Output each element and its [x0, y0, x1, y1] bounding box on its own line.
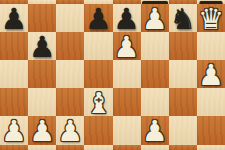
square-d5[interactable]: [84, 32, 112, 61]
square-b3[interactable]: [28, 88, 56, 117]
white-queen-h6[interactable]: ♛: [198, 5, 224, 34]
square-c3[interactable]: [56, 88, 84, 117]
square-a3[interactable]: [0, 88, 28, 117]
white-pawn-f6[interactable]: ♟: [142, 5, 168, 34]
square-a4[interactable]: [0, 60, 28, 89]
square-f3[interactable]: [141, 88, 169, 117]
square-c2[interactable]: ♟: [56, 116, 84, 145]
square-b4[interactable]: [28, 60, 56, 89]
square-h3[interactable]: [197, 88, 225, 117]
square-c6[interactable]: [56, 4, 84, 33]
square-h5[interactable]: [197, 32, 225, 61]
chess-board: ♟♟♟♟♞♛♟♟♟♝♟♟♟♟: [0, 0, 225, 150]
square-e2[interactable]: [113, 116, 141, 145]
square-e5[interactable]: ♟: [113, 32, 141, 61]
square-h1: [197, 145, 225, 150]
white-pawn-b2[interactable]: ♟: [29, 117, 55, 146]
square-d1: [84, 145, 112, 150]
square-e4[interactable]: [113, 60, 141, 89]
rank-6-row: ♟♟♟♟♞♛: [0, 4, 225, 32]
square-b5[interactable]: ♟: [28, 32, 56, 61]
black-pawn-d6[interactable]: ♟: [85, 5, 111, 34]
square-g3[interactable]: [169, 88, 197, 117]
white-pawn-h4[interactable]: ♟: [198, 61, 224, 90]
square-e6[interactable]: ♟: [113, 4, 141, 33]
square-a2[interactable]: ♟: [0, 116, 28, 145]
black-pawn-a6[interactable]: ♟: [1, 5, 27, 34]
square-d4[interactable]: [84, 60, 112, 89]
square-g2[interactable]: [169, 116, 197, 145]
square-a6[interactable]: ♟: [0, 4, 28, 33]
rank-4-row: ♟: [0, 60, 225, 88]
square-g6[interactable]: ♞: [169, 4, 197, 33]
square-f5[interactable]: [141, 32, 169, 61]
white-pawn-c2[interactable]: ♟: [57, 117, 83, 146]
square-f4[interactable]: [141, 60, 169, 89]
square-e3[interactable]: [113, 88, 141, 117]
square-h2[interactable]: [197, 116, 225, 145]
square-a5[interactable]: [0, 32, 28, 61]
square-a1: [0, 145, 28, 150]
square-h4[interactable]: ♟: [197, 60, 225, 89]
black-pawn-b5[interactable]: ♟: [29, 33, 55, 62]
square-f2[interactable]: ♟: [141, 116, 169, 145]
white-bishop-d3[interactable]: ♝: [85, 89, 111, 118]
square-h6[interactable]: ♛: [197, 4, 225, 33]
white-pawn-f2[interactable]: ♟: [142, 117, 168, 146]
square-d6[interactable]: ♟: [84, 4, 112, 33]
chess-app-screenshot: ♟♟♟♟♞♛♟♟♟♝♟♟♟♟: [0, 0, 225, 150]
white-pawn-a2[interactable]: ♟: [1, 117, 27, 146]
rank-2-row: ♟♟♟♟: [0, 116, 225, 144]
square-d3[interactable]: ♝: [84, 88, 112, 117]
square-b2[interactable]: ♟: [28, 116, 56, 145]
square-f6[interactable]: ♟: [141, 4, 169, 33]
square-c4[interactable]: [56, 60, 84, 89]
square-e1: [113, 145, 141, 150]
rank-1-cropped-sliver: [0, 145, 225, 150]
square-g4[interactable]: [169, 60, 197, 89]
square-c1: [56, 145, 84, 150]
black-knight-g6[interactable]: ♞: [170, 5, 196, 34]
square-g5[interactable]: [169, 32, 197, 61]
rank-5-row: ♟♟: [0, 32, 225, 60]
square-b6[interactable]: [28, 4, 56, 33]
rank-3-row: ♝: [0, 88, 225, 116]
square-f1: [141, 145, 169, 150]
square-d2[interactable]: [84, 116, 112, 145]
square-c5[interactable]: [56, 32, 84, 61]
white-pawn-e5[interactable]: ♟: [114, 33, 140, 62]
square-g1: [169, 145, 197, 150]
square-b1: [28, 145, 56, 150]
